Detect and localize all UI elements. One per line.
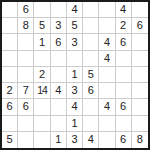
cell-r2c8[interactable]: 2 xyxy=(116,18,132,34)
cell-r8c2[interactable] xyxy=(18,116,34,132)
cell-r2c7[interactable] xyxy=(99,18,115,34)
cell-r4c4[interactable] xyxy=(51,51,67,67)
cell-r4c7[interactable]: 4 xyxy=(99,51,115,67)
cell-r5c9[interactable] xyxy=(132,67,148,83)
cell-r2c2[interactable]: 8 xyxy=(18,18,34,34)
cell-r1c4[interactable] xyxy=(51,2,67,18)
cell-r8c9[interactable] xyxy=(132,116,148,132)
cell-r4c3[interactable] xyxy=(34,51,50,67)
cell-r4c2[interactable] xyxy=(18,51,34,67)
cell-r9c1[interactable]: 5 xyxy=(2,132,18,148)
cell-r4c8[interactable] xyxy=(116,51,132,67)
cell-r7c1[interactable]: 6 xyxy=(2,99,18,115)
cell-r8c6[interactable] xyxy=(83,116,99,132)
cell-r3c4[interactable]: 6 xyxy=(51,34,67,50)
cell-r8c8[interactable] xyxy=(116,116,132,132)
cell-r3c7[interactable]: 4 xyxy=(99,34,115,50)
cell-r3c1[interactable] xyxy=(2,34,18,50)
cell-r7c3[interactable] xyxy=(34,99,50,115)
cell-r1c5[interactable]: 4 xyxy=(67,2,83,18)
cell-r7c8[interactable]: 6 xyxy=(116,99,132,115)
sudoku-board: 6448535261634642152714436664461513468 xyxy=(0,0,150,150)
cell-r5c2[interactable] xyxy=(18,67,34,83)
cell-r9c7[interactable] xyxy=(99,132,115,148)
cell-r8c7[interactable] xyxy=(99,116,115,132)
cell-r6c5[interactable]: 3 xyxy=(67,83,83,99)
cell-r6c7[interactable] xyxy=(99,83,115,99)
cell-r2c3[interactable]: 5 xyxy=(34,18,50,34)
cell-r8c5[interactable]: 1 xyxy=(67,116,83,132)
cell-r3c8[interactable]: 6 xyxy=(116,34,132,50)
cell-r9c6[interactable]: 4 xyxy=(83,132,99,148)
cell-r1c9[interactable] xyxy=(132,2,148,18)
cell-r6c4[interactable]: 4 xyxy=(51,83,67,99)
cell-r6c1[interactable]: 2 xyxy=(2,83,18,99)
cell-r1c2[interactable]: 6 xyxy=(18,2,34,18)
cell-r8c1[interactable] xyxy=(2,116,18,132)
cell-r5c3[interactable]: 2 xyxy=(34,67,50,83)
cell-r7c5[interactable]: 4 xyxy=(67,99,83,115)
cell-r6c8[interactable] xyxy=(116,83,132,99)
cell-r2c6[interactable] xyxy=(83,18,99,34)
cell-r2c9[interactable]: 6 xyxy=(132,18,148,34)
cell-r5c5[interactable]: 1 xyxy=(67,67,83,83)
cell-r6c6[interactable]: 6 xyxy=(83,83,99,99)
cell-r7c9[interactable] xyxy=(132,99,148,115)
cell-r3c6[interactable] xyxy=(83,34,99,50)
cell-r5c4[interactable] xyxy=(51,67,67,83)
cell-r1c8[interactable]: 4 xyxy=(116,2,132,18)
cell-r9c3[interactable] xyxy=(34,132,50,148)
cell-r4c6[interactable] xyxy=(83,51,99,67)
cell-r1c3[interactable] xyxy=(34,2,50,18)
cell-r3c5[interactable]: 3 xyxy=(67,34,83,50)
cell-r5c7[interactable] xyxy=(99,67,115,83)
cell-r9c4[interactable]: 1 xyxy=(51,132,67,148)
cell-r4c1[interactable] xyxy=(2,51,18,67)
cell-r9c9[interactable]: 8 xyxy=(132,132,148,148)
cell-r2c4[interactable]: 3 xyxy=(51,18,67,34)
cell-r2c1[interactable] xyxy=(2,18,18,34)
cell-r7c6[interactable] xyxy=(83,99,99,115)
cell-r2c5[interactable]: 5 xyxy=(67,18,83,34)
cell-r6c3[interactable]: 14 xyxy=(34,83,50,99)
cell-r6c2[interactable]: 7 xyxy=(18,83,34,99)
cell-r5c6[interactable]: 5 xyxy=(83,67,99,83)
cell-r7c4[interactable] xyxy=(51,99,67,115)
cell-r9c5[interactable]: 3 xyxy=(67,132,83,148)
cell-r7c2[interactable]: 6 xyxy=(18,99,34,115)
cell-r8c4[interactable] xyxy=(51,116,67,132)
cell-r4c9[interactable] xyxy=(132,51,148,67)
cell-r9c8[interactable]: 6 xyxy=(116,132,132,148)
cell-r6c9[interactable] xyxy=(132,83,148,99)
cell-r3c2[interactable] xyxy=(18,34,34,50)
cell-r3c3[interactable]: 1 xyxy=(34,34,50,50)
cell-r1c6[interactable] xyxy=(83,2,99,18)
cell-r5c1[interactable] xyxy=(2,67,18,83)
cell-r5c8[interactable] xyxy=(116,67,132,83)
cell-r1c1[interactable] xyxy=(2,2,18,18)
cell-r8c3[interactable] xyxy=(34,116,50,132)
cell-r7c7[interactable]: 4 xyxy=(99,99,115,115)
cell-r1c7[interactable] xyxy=(99,2,115,18)
cell-r3c9[interactable] xyxy=(132,34,148,50)
cell-r4c5[interactable] xyxy=(67,51,83,67)
cell-r9c2[interactable] xyxy=(18,132,34,148)
